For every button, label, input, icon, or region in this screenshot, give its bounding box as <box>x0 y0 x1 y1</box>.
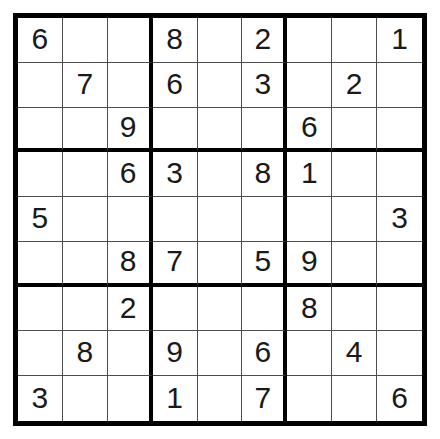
cell-r4c9[interactable] <box>377 152 422 197</box>
cell-r7c8[interactable] <box>332 287 377 332</box>
cell-r9c3[interactable] <box>108 376 153 421</box>
cell-r1c8[interactable] <box>332 18 377 63</box>
cell-r5c5[interactable] <box>198 197 243 242</box>
cell-r4c7[interactable]: 1 <box>287 152 332 197</box>
cell-r8c9[interactable] <box>377 331 422 376</box>
cell-r9c7[interactable] <box>287 376 332 421</box>
cell-r1c1[interactable]: 6 <box>18 18 63 63</box>
cell-r7c2[interactable] <box>63 287 108 332</box>
cell-r9c6[interactable]: 7 <box>242 376 287 421</box>
cell-r5c6[interactable] <box>242 197 287 242</box>
cell-r9c1[interactable]: 3 <box>18 376 63 421</box>
cell-r8c6[interactable]: 6 <box>242 331 287 376</box>
cell-r5c9[interactable]: 3 <box>377 197 422 242</box>
cell-r3c8[interactable] <box>332 108 377 153</box>
cell-r4c2[interactable] <box>63 152 108 197</box>
cell-r6c8[interactable] <box>332 242 377 287</box>
cell-r1c6[interactable]: 2 <box>242 18 287 63</box>
cell-r5c4[interactable] <box>153 197 198 242</box>
cell-r6c7[interactable]: 9 <box>287 242 332 287</box>
cell-r4c3[interactable]: 6 <box>108 152 153 197</box>
cell-r8c8[interactable]: 4 <box>332 331 377 376</box>
cell-r8c2[interactable]: 8 <box>63 331 108 376</box>
cell-r4c1[interactable] <box>18 152 63 197</box>
cell-r4c4[interactable]: 3 <box>153 152 198 197</box>
cell-r5c2[interactable] <box>63 197 108 242</box>
cell-r8c3[interactable] <box>108 331 153 376</box>
cell-r7c1[interactable] <box>18 287 63 332</box>
cell-r4c8[interactable] <box>332 152 377 197</box>
cell-r3c9[interactable] <box>377 108 422 153</box>
cell-r2c2[interactable]: 7 <box>63 63 108 108</box>
cell-r2c5[interactable] <box>198 63 243 108</box>
cell-r2c7[interactable] <box>287 63 332 108</box>
cell-r7c6[interactable] <box>242 287 287 332</box>
cell-r8c4[interactable]: 9 <box>153 331 198 376</box>
cell-r7c9[interactable] <box>377 287 422 332</box>
cell-r3c6[interactable] <box>242 108 287 153</box>
cell-r1c4[interactable]: 8 <box>153 18 198 63</box>
cell-r4c6[interactable]: 8 <box>242 152 287 197</box>
cell-r5c7[interactable] <box>287 197 332 242</box>
cell-r6c4[interactable]: 7 <box>153 242 198 287</box>
sudoku-page: 682176329663815387592889643176 <box>0 0 440 439</box>
cell-r5c8[interactable] <box>332 197 377 242</box>
cell-r3c7[interactable]: 6 <box>287 108 332 153</box>
cell-r1c3[interactable] <box>108 18 153 63</box>
cell-r6c5[interactable] <box>198 242 243 287</box>
cell-r8c5[interactable] <box>198 331 243 376</box>
cell-r3c4[interactable] <box>153 108 198 153</box>
cell-r9c8[interactable] <box>332 376 377 421</box>
cell-r3c3[interactable]: 9 <box>108 108 153 153</box>
cell-r5c3[interactable] <box>108 197 153 242</box>
sudoku-board: 682176329663815387592889643176 <box>13 13 427 426</box>
cell-r2c3[interactable] <box>108 63 153 108</box>
cell-r1c5[interactable] <box>198 18 243 63</box>
cell-r8c7[interactable] <box>287 331 332 376</box>
cell-r7c4[interactable] <box>153 287 198 332</box>
cell-r6c2[interactable] <box>63 242 108 287</box>
cell-r1c2[interactable] <box>63 18 108 63</box>
cell-r1c9[interactable]: 1 <box>377 18 422 63</box>
cell-r2c6[interactable]: 3 <box>242 63 287 108</box>
cell-r8c1[interactable] <box>18 331 63 376</box>
cell-r9c5[interactable] <box>198 376 243 421</box>
cell-r6c6[interactable]: 5 <box>242 242 287 287</box>
cell-r4c5[interactable] <box>198 152 243 197</box>
cell-r9c4[interactable]: 1 <box>153 376 198 421</box>
cell-r5c1[interactable]: 5 <box>18 197 63 242</box>
cell-r3c5[interactable] <box>198 108 243 153</box>
cell-r2c4[interactable]: 6 <box>153 63 198 108</box>
cell-r9c2[interactable] <box>63 376 108 421</box>
cell-r2c9[interactable] <box>377 63 422 108</box>
cell-r6c1[interactable] <box>18 242 63 287</box>
cell-r3c1[interactable] <box>18 108 63 153</box>
cell-r7c7[interactable]: 8 <box>287 287 332 332</box>
cell-r9c9[interactable]: 6 <box>377 376 422 421</box>
cell-r2c8[interactable]: 2 <box>332 63 377 108</box>
cell-r1c7[interactable] <box>287 18 332 63</box>
cell-r3c2[interactable] <box>63 108 108 153</box>
cell-r6c3[interactable]: 8 <box>108 242 153 287</box>
cell-r7c5[interactable] <box>198 287 243 332</box>
cell-r2c1[interactable] <box>18 63 63 108</box>
cell-r6c9[interactable] <box>377 242 422 287</box>
cell-r7c3[interactable]: 2 <box>108 287 153 332</box>
